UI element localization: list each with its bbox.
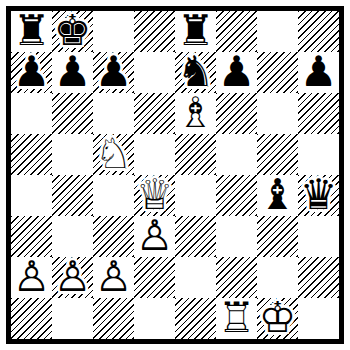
piece-black-king[interactable]: ♚ xyxy=(52,11,93,52)
square-e1[interactable] xyxy=(175,298,216,339)
square-c5[interactable]: ♞♘ xyxy=(93,134,134,175)
square-d8[interactable] xyxy=(134,11,175,52)
square-f6[interactable] xyxy=(216,93,257,134)
square-b3[interactable] xyxy=(52,216,93,257)
black-pawn-glyph: ♟ xyxy=(93,51,134,92)
square-h6[interactable] xyxy=(298,93,339,134)
square-a8[interactable]: ♜ xyxy=(11,11,52,52)
piece-white-pawn[interactable]: ♟♙ xyxy=(52,257,93,298)
square-h4[interactable]: ♛ xyxy=(298,175,339,216)
square-h1[interactable] xyxy=(298,298,339,339)
piece-white-king[interactable]: ♚♔ xyxy=(257,298,298,339)
square-e8[interactable]: ♜ xyxy=(175,11,216,52)
white-pawn-outline: ♙ xyxy=(52,256,93,297)
black-pawn-glyph: ♟ xyxy=(11,51,52,92)
piece-black-bishop[interactable]: ♝ xyxy=(257,175,298,216)
square-e4[interactable] xyxy=(175,175,216,216)
white-rook-outline: ♖ xyxy=(216,297,257,338)
piece-white-pawn[interactable]: ♟♙ xyxy=(134,216,175,257)
square-g8[interactable] xyxy=(257,11,298,52)
square-h7[interactable]: ♟ xyxy=(298,52,339,93)
square-c2[interactable]: ♟♙ xyxy=(93,257,134,298)
square-c6[interactable] xyxy=(93,93,134,134)
black-pawn-glyph: ♟ xyxy=(216,51,257,92)
square-e7[interactable]: ♞ xyxy=(175,52,216,93)
piece-black-pawn[interactable]: ♟ xyxy=(11,52,52,93)
square-c3[interactable] xyxy=(93,216,134,257)
square-d3[interactable]: ♟♙ xyxy=(134,216,175,257)
piece-white-knight[interactable]: ♞♘ xyxy=(93,134,134,175)
square-e2[interactable] xyxy=(175,257,216,298)
square-g6[interactable] xyxy=(257,93,298,134)
square-d5[interactable] xyxy=(134,134,175,175)
square-d2[interactable] xyxy=(134,257,175,298)
piece-black-pawn[interactable]: ♟ xyxy=(216,52,257,93)
piece-white-rook[interactable]: ♜♖ xyxy=(216,298,257,339)
square-h3[interactable] xyxy=(298,216,339,257)
piece-white-pawn[interactable]: ♟♙ xyxy=(11,257,52,298)
white-knight-outline: ♘ xyxy=(93,133,134,174)
square-f3[interactable] xyxy=(216,216,257,257)
black-pawn-glyph: ♟ xyxy=(298,51,339,92)
black-rook-glyph: ♜ xyxy=(175,10,216,51)
square-c7[interactable]: ♟ xyxy=(93,52,134,93)
square-f4[interactable] xyxy=(216,175,257,216)
square-a4[interactable] xyxy=(11,175,52,216)
square-b6[interactable] xyxy=(52,93,93,134)
square-d7[interactable] xyxy=(134,52,175,93)
piece-white-queen[interactable]: ♛♕ xyxy=(134,175,175,216)
square-f7[interactable]: ♟ xyxy=(216,52,257,93)
piece-black-rook[interactable]: ♜ xyxy=(175,11,216,52)
square-g5[interactable] xyxy=(257,134,298,175)
piece-white-bishop[interactable]: ♝♗ xyxy=(175,93,216,134)
square-a2[interactable]: ♟♙ xyxy=(11,257,52,298)
piece-white-pawn[interactable]: ♟♙ xyxy=(93,257,134,298)
black-pawn-glyph: ♟ xyxy=(52,51,93,92)
square-f8[interactable] xyxy=(216,11,257,52)
square-b4[interactable] xyxy=(52,175,93,216)
piece-black-pawn[interactable]: ♟ xyxy=(298,52,339,93)
square-f5[interactable] xyxy=(216,134,257,175)
white-pawn-outline: ♙ xyxy=(11,256,52,297)
square-g1[interactable]: ♚♔ xyxy=(257,298,298,339)
piece-black-knight[interactable]: ♞ xyxy=(175,52,216,93)
square-f1[interactable]: ♜♖ xyxy=(216,298,257,339)
square-g7[interactable] xyxy=(257,52,298,93)
square-c8[interactable] xyxy=(93,11,134,52)
black-knight-glyph: ♞ xyxy=(175,51,216,92)
square-h8[interactable] xyxy=(298,11,339,52)
white-pawn-outline: ♙ xyxy=(134,215,175,256)
square-e6[interactable]: ♝♗ xyxy=(175,93,216,134)
white-king-outline: ♔ xyxy=(257,297,298,338)
piece-black-pawn[interactable]: ♟ xyxy=(52,52,93,93)
square-b8[interactable]: ♚ xyxy=(52,11,93,52)
chess-board: ♜♚♜♟♟♟♞♟♟♝♗♞♘♛♕♝♛♟♙♟♙♟♙♟♙♜♖♚♔ xyxy=(6,6,344,344)
square-b7[interactable]: ♟ xyxy=(52,52,93,93)
piece-black-rook[interactable]: ♜ xyxy=(11,11,52,52)
square-a3[interactable] xyxy=(11,216,52,257)
square-f2[interactable] xyxy=(216,257,257,298)
white-queen-outline: ♕ xyxy=(134,174,175,215)
piece-black-queen[interactable]: ♛ xyxy=(298,175,339,216)
board-grid: ♜♚♜♟♟♟♞♟♟♝♗♞♘♛♕♝♛♟♙♟♙♟♙♟♙♜♖♚♔ xyxy=(11,11,339,339)
black-king-glyph: ♚ xyxy=(52,10,93,51)
black-bishop-glyph: ♝ xyxy=(257,174,298,215)
square-d1[interactable] xyxy=(134,298,175,339)
square-g3[interactable] xyxy=(257,216,298,257)
square-b5[interactable] xyxy=(52,134,93,175)
black-queen-glyph: ♛ xyxy=(298,174,339,215)
square-g2[interactable] xyxy=(257,257,298,298)
white-bishop-outline: ♗ xyxy=(175,92,216,133)
square-a5[interactable] xyxy=(11,134,52,175)
square-h2[interactable] xyxy=(298,257,339,298)
square-e5[interactable] xyxy=(175,134,216,175)
square-d6[interactable] xyxy=(134,93,175,134)
square-e3[interactable] xyxy=(175,216,216,257)
square-b2[interactable]: ♟♙ xyxy=(52,257,93,298)
piece-black-pawn[interactable]: ♟ xyxy=(93,52,134,93)
square-c1[interactable] xyxy=(93,298,134,339)
square-a7[interactable]: ♟ xyxy=(11,52,52,93)
white-pawn-outline: ♙ xyxy=(93,256,134,297)
square-h5[interactable] xyxy=(298,134,339,175)
square-a6[interactable] xyxy=(11,93,52,134)
square-d4[interactable]: ♛♕ xyxy=(134,175,175,216)
square-a1[interactable] xyxy=(11,298,52,339)
black-rook-glyph: ♜ xyxy=(11,10,52,51)
square-b1[interactable] xyxy=(52,298,93,339)
square-g4[interactable]: ♝ xyxy=(257,175,298,216)
square-c4[interactable] xyxy=(93,175,134,216)
